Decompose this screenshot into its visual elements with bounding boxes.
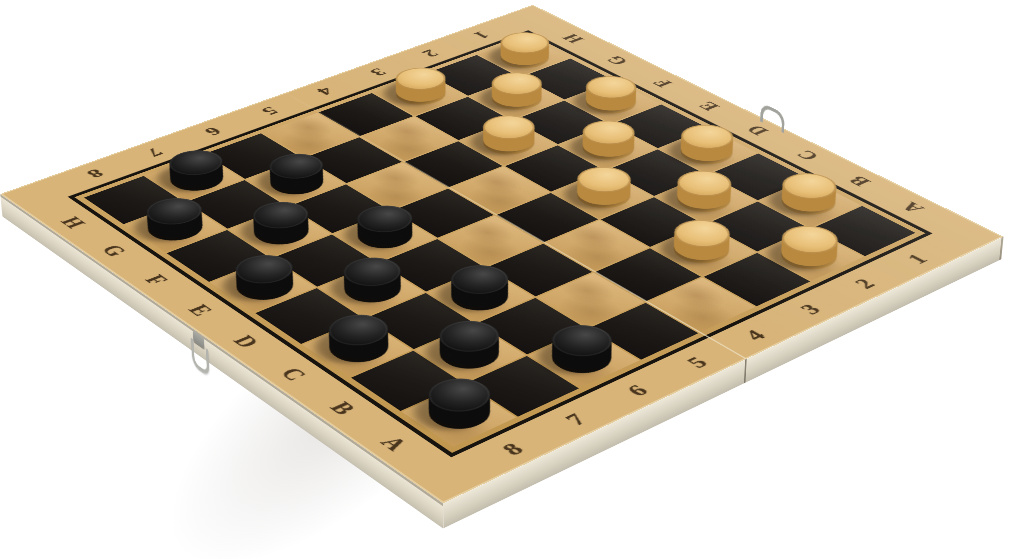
product-photo-canvas: HGFEDCBA HGFEDCBA 12345678 12345678 bbox=[0, 0, 1020, 559]
black-checker-g8[interactable] bbox=[137, 208, 213, 245]
black-checker-c6[interactable] bbox=[440, 275, 520, 316]
black-checker-b7[interactable] bbox=[428, 332, 511, 376]
clasp-bail bbox=[191, 338, 210, 377]
black-checker-e6[interactable] bbox=[347, 216, 424, 254]
light-checker-b3[interactable] bbox=[662, 231, 740, 270]
side-fold-seam bbox=[744, 359, 747, 384]
black-checker-e8[interactable] bbox=[225, 266, 304, 306]
black-checker-a6[interactable] bbox=[541, 336, 624, 380]
black-checker-f7[interactable] bbox=[243, 213, 319, 251]
game-board: HGFEDCBA HGFEDCBA 12345678 12345678 bbox=[0, 5, 1003, 504]
black-checker-d7[interactable] bbox=[333, 268, 412, 308]
black-checker-c8[interactable] bbox=[317, 325, 399, 368]
board-surface: HGFEDCBA HGFEDCBA 12345678 12345678 bbox=[0, 5, 1003, 504]
scene: HGFEDCBA HGFEDCBA 12345678 12345678 bbox=[0, 0, 1020, 559]
